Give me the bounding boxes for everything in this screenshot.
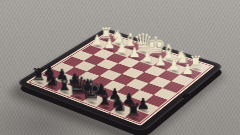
scene: ♜♞♝♛♚♝♞♜♟♟♟♟♟♟♟♟♟♟♟♟♟♟♟♟♜♞♝♛♚♝♞♜ <box>0 0 240 135</box>
piece-black-rook: ♜ <box>116 101 151 119</box>
piece-white-pawn: ♟ <box>172 62 204 76</box>
